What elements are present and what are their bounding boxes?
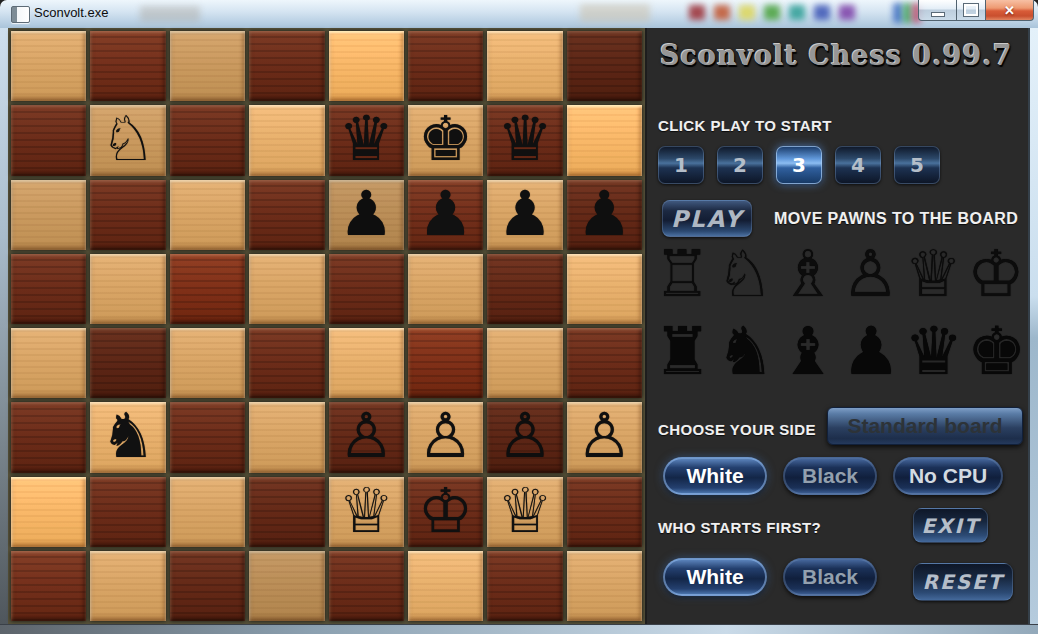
palette-white-king[interactable]: ♔ [967, 238, 1025, 310]
blurred-palette-swatch [814, 5, 830, 20]
start-white-button[interactable]: White [663, 558, 767, 596]
square-d3[interactable] [249, 402, 324, 472]
side-black-button[interactable]: Black [783, 457, 877, 495]
level-button-2[interactable]: 2 [717, 146, 763, 184]
square-b2[interactable] [90, 477, 165, 547]
piece-white-knight[interactable]: ♘ [100, 108, 156, 170]
square-c2[interactable] [170, 477, 245, 547]
palette-white-bishop[interactable]: ♗ [779, 238, 837, 310]
square-e2[interactable]: ♕ [329, 477, 404, 547]
square-c7[interactable] [170, 105, 245, 175]
blurred-palette-swatch [903, 3, 912, 23]
square-h5[interactable] [567, 254, 642, 324]
square-g5[interactable] [487, 254, 562, 324]
square-c8[interactable] [170, 31, 245, 101]
blurred-palette-swatch [739, 5, 755, 20]
square-g7[interactable]: ♛ [487, 105, 562, 175]
piece-black-king[interactable]: ♚ [418, 108, 474, 170]
square-b5[interactable] [90, 254, 165, 324]
square-b1[interactable] [90, 551, 165, 621]
square-e7[interactable]: ♛ [329, 105, 404, 175]
palette-black-bishop[interactable]: ♝ [779, 316, 837, 388]
piece-black-pawn[interactable]: ♟ [338, 183, 394, 245]
square-e4[interactable] [329, 328, 404, 398]
start-black-button[interactable]: Black [783, 558, 877, 596]
level-button-5[interactable]: 5 [894, 146, 940, 184]
square-b4[interactable] [90, 328, 165, 398]
window-border-bottom [0, 624, 1038, 634]
close-button[interactable]: ✕ [985, 0, 1034, 21]
square-f6[interactable]: ♟ [408, 180, 483, 250]
window-controls: ✕ [918, 0, 1034, 22]
level-selector: 1 2 3 4 5 [658, 146, 940, 184]
square-a4[interactable] [11, 328, 86, 398]
square-d8[interactable] [249, 31, 324, 101]
square-a6[interactable] [11, 180, 86, 250]
blurred-palette-swatch [689, 5, 705, 20]
level-button-4[interactable]: 4 [835, 146, 881, 184]
piece-white-pawn[interactable]: ♙ [577, 405, 633, 467]
square-e8[interactable] [329, 31, 404, 101]
square-h3[interactable]: ♙ [567, 402, 642, 472]
blurred-palette-swatch [893, 3, 903, 23]
piece-black-queen[interactable]: ♛ [497, 108, 553, 170]
square-h7[interactable] [567, 105, 642, 175]
square-c3[interactable] [170, 402, 245, 472]
blurred-palette-swatch [764, 5, 780, 20]
square-a5[interactable] [11, 254, 86, 324]
window-border-right [1028, 28, 1038, 624]
palette-white-pawn[interactable]: ♙ [841, 238, 899, 310]
app-icon[interactable] [11, 6, 30, 23]
white-piece-palette: ♖ ♘ ♗ ♙ ♕ ♔ [653, 238, 1025, 310]
square-g8[interactable] [487, 31, 562, 101]
palette-black-rook[interactable]: ♜ [653, 316, 711, 388]
square-f1[interactable] [408, 551, 483, 621]
blurred-palette-swatch [714, 5, 730, 20]
level-button-3[interactable]: 3 [776, 146, 822, 184]
square-a8[interactable] [11, 31, 86, 101]
square-d6[interactable] [249, 180, 324, 250]
piece-white-pawn[interactable]: ♙ [338, 405, 394, 467]
square-f8[interactable] [408, 31, 483, 101]
palette-black-king[interactable]: ♚ [967, 316, 1025, 388]
piece-black-queen[interactable]: ♛ [338, 108, 394, 170]
square-b7[interactable]: ♘ [90, 105, 165, 175]
square-a7[interactable] [11, 105, 86, 175]
square-f3[interactable]: ♙ [408, 402, 483, 472]
standard-board-button[interactable]: Standard board [827, 407, 1023, 445]
square-h6[interactable]: ♟ [567, 180, 642, 250]
play-button[interactable]: PLAY [662, 200, 752, 237]
piece-white-pawn[interactable]: ♙ [418, 405, 474, 467]
square-a1[interactable] [11, 551, 86, 621]
square-b8[interactable] [90, 31, 165, 101]
square-d7[interactable] [249, 105, 324, 175]
palette-white-knight[interactable]: ♘ [716, 238, 774, 310]
piece-black-pawn[interactable]: ♟ [497, 183, 553, 245]
square-e6[interactable]: ♟ [329, 180, 404, 250]
palette-black-queen[interactable]: ♛ [904, 316, 962, 388]
chess-board[interactable]: ♘♛♚♛♟♟♟♟♞♙♙♙♙♕♔♕ [8, 28, 645, 624]
square-b3[interactable]: ♞ [90, 402, 165, 472]
square-a3[interactable] [11, 402, 86, 472]
blurred-palette-swatch [839, 5, 855, 20]
square-f4[interactable] [408, 328, 483, 398]
square-g6[interactable]: ♟ [487, 180, 562, 250]
square-g3[interactable]: ♙ [487, 402, 562, 472]
square-d4[interactable] [249, 328, 324, 398]
palette-black-pawn[interactable]: ♟ [841, 316, 899, 388]
side-no-cpu-button[interactable]: No CPU [893, 457, 1003, 495]
minimize-button[interactable] [918, 0, 956, 21]
square-e5[interactable] [329, 254, 404, 324]
square-c5[interactable] [170, 254, 245, 324]
square-g4[interactable] [487, 328, 562, 398]
square-d2[interactable] [249, 477, 324, 547]
choose-side-label: CHOOSE YOUR SIDE [658, 421, 816, 438]
blurred-background-blob [580, 4, 650, 22]
square-h2[interactable] [567, 477, 642, 547]
palette-white-rook[interactable]: ♖ [653, 238, 711, 310]
square-d5[interactable] [249, 254, 324, 324]
control-panel: Sconvolt Chess 0.99.7 CLICK PLAY TO STAR… [645, 28, 1028, 624]
reset-button[interactable]: RESET [913, 563, 1013, 601]
square-h4[interactable] [567, 328, 642, 398]
piece-black-pawn[interactable]: ♟ [577, 183, 633, 245]
palette-white-queen[interactable]: ♕ [904, 238, 962, 310]
black-piece-palette: ♜ ♞ ♝ ♟ ♛ ♚ [653, 316, 1025, 388]
square-c1[interactable] [170, 551, 245, 621]
piece-black-knight[interactable]: ♞ [100, 405, 156, 467]
palette-black-knight[interactable]: ♞ [716, 316, 774, 388]
window-title: Sconvolt.exe [34, 5, 108, 20]
blurred-palette-swatch [789, 5, 805, 20]
square-e1[interactable] [329, 551, 404, 621]
maximize-icon [964, 4, 978, 16]
square-h8[interactable] [567, 31, 642, 101]
minimize-icon [931, 12, 945, 17]
square-g1[interactable] [487, 551, 562, 621]
square-h1[interactable] [567, 551, 642, 621]
piece-white-king[interactable]: ♔ [418, 480, 474, 542]
level-button-1[interactable]: 1 [658, 146, 704, 184]
app-title: Sconvolt Chess 0.99.7 [660, 40, 1012, 71]
piece-black-pawn[interactable]: ♟ [418, 183, 474, 245]
square-f2[interactable]: ♔ [408, 477, 483, 547]
who-starts-label: WHO STARTS FIRST? [658, 519, 821, 536]
square-c4[interactable] [170, 328, 245, 398]
square-a2[interactable] [11, 477, 86, 547]
square-d1[interactable] [249, 551, 324, 621]
window-border-left [0, 28, 8, 624]
side-white-button[interactable]: White [663, 457, 767, 495]
piece-white-queen[interactable]: ♕ [338, 480, 394, 542]
exit-button[interactable]: EXIT [913, 508, 988, 543]
square-c6[interactable] [170, 180, 245, 250]
square-g2[interactable]: ♕ [487, 477, 562, 547]
click-play-label: CLICK PLAY TO START [658, 117, 832, 134]
square-e3[interactable]: ♙ [329, 402, 404, 472]
app-window: Sconvolt.exe ✕ ♘♛♚♛♟♟♟♟♞♙♙♙♙♕♔♕ Sconvolt… [0, 0, 1038, 634]
square-b6[interactable] [90, 180, 165, 250]
close-icon: ✕ [1004, 3, 1015, 18]
blurred-background-blob [140, 6, 200, 22]
square-f7[interactable]: ♚ [408, 105, 483, 175]
move-pawns-label: MOVE PAWNS TO THE BOARD [774, 210, 1018, 228]
piece-white-queen[interactable]: ♕ [497, 480, 553, 542]
play-row: PLAY MOVE PAWNS TO THE BOARD [662, 200, 1018, 237]
title-bar[interactable]: Sconvolt.exe ✕ [0, 0, 1038, 29]
maximize-button[interactable] [956, 0, 985, 21]
piece-white-pawn[interactable]: ♙ [497, 405, 553, 467]
square-f5[interactable] [408, 254, 483, 324]
